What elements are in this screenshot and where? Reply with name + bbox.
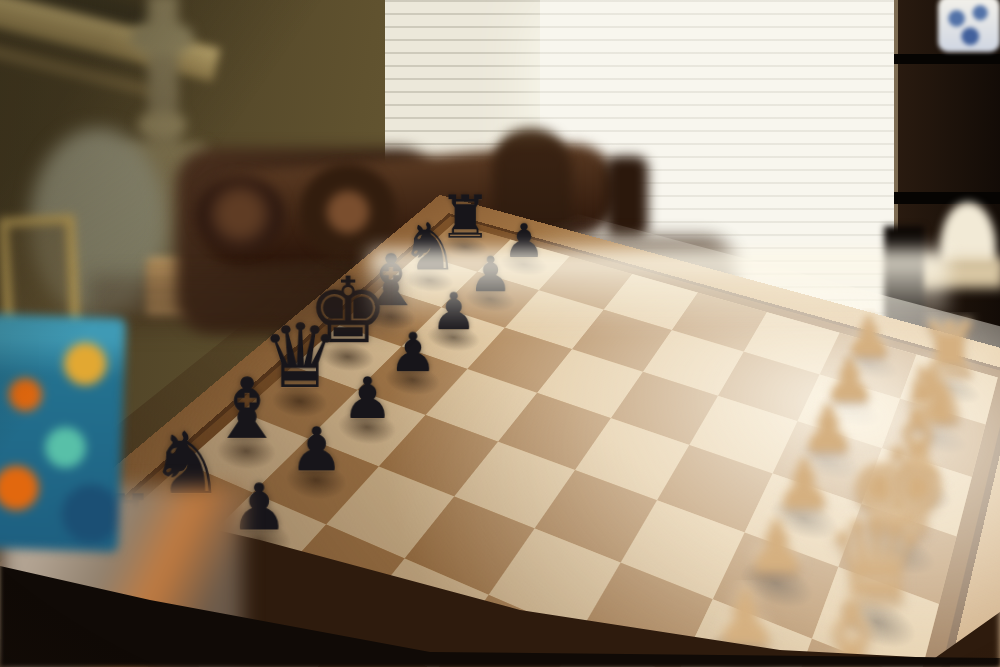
- gift-box: [0, 314, 126, 553]
- shadow-haze: [88, 276, 400, 330]
- backlight-haze: [370, 250, 948, 330]
- photo-stage: ♜♟♟♜♞♟♟♞♝♟♟♝♚♟♟♚♛♟♟♛♝♟♟♝♞♟♟♞♜♟♟♜: [0, 0, 1000, 667]
